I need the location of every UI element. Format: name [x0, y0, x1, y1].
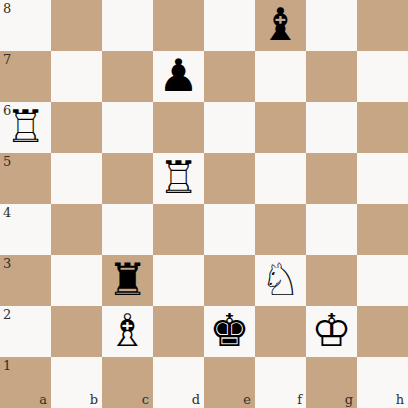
rank-label-4: 4 [3, 206, 11, 219]
piece-black-king: ♚ [209, 305, 249, 356]
rank-label-1: 1 [3, 359, 11, 372]
square-h2[interactable] [357, 306, 408, 357]
square-b3[interactable] [51, 255, 102, 306]
square-f8[interactable]: ♝ [255, 0, 306, 51]
file-label-h: h [396, 393, 404, 406]
square-h8[interactable] [357, 0, 408, 51]
square-a7[interactable]: 7 [0, 51, 51, 102]
square-e6[interactable] [204, 102, 255, 153]
square-d1[interactable]: d [153, 357, 204, 408]
square-c2[interactable]: ♗ [102, 306, 153, 357]
square-e1[interactable]: e [204, 357, 255, 408]
square-a1[interactable]: 1a [0, 357, 51, 408]
square-h4[interactable] [357, 204, 408, 255]
square-e8[interactable] [204, 0, 255, 51]
file-label-f: f [297, 393, 302, 406]
file-label-e: e [243, 393, 251, 406]
piece-white-rook: ♖ [5, 101, 45, 152]
square-b1[interactable]: b [51, 357, 102, 408]
square-a5[interactable]: 5 [0, 153, 51, 204]
square-b8[interactable] [51, 0, 102, 51]
square-d8[interactable] [153, 0, 204, 51]
piece-black-rook: ♜ [107, 254, 147, 305]
square-g5[interactable] [306, 153, 357, 204]
square-f6[interactable] [255, 102, 306, 153]
square-h3[interactable] [357, 255, 408, 306]
square-f3[interactable]: ♘ [255, 255, 306, 306]
square-d6[interactable] [153, 102, 204, 153]
square-c3[interactable]: ♜ [102, 255, 153, 306]
square-b6[interactable] [51, 102, 102, 153]
piece-black-bishop: ♝ [260, 0, 300, 50]
square-a6[interactable]: 6♖ [0, 102, 51, 153]
square-f1[interactable]: f [255, 357, 306, 408]
square-f7[interactable] [255, 51, 306, 102]
square-a8[interactable]: 8 [0, 0, 51, 51]
square-h1[interactable]: h [357, 357, 408, 408]
rank-label-8: 8 [3, 2, 11, 15]
square-f5[interactable] [255, 153, 306, 204]
piece-white-bishop: ♗ [107, 305, 147, 356]
square-d5[interactable]: ♖ [153, 153, 204, 204]
square-b5[interactable] [51, 153, 102, 204]
square-g7[interactable] [306, 51, 357, 102]
piece-white-rook: ♖ [158, 152, 198, 203]
piece-white-knight: ♘ [260, 254, 300, 305]
square-g4[interactable] [306, 204, 357, 255]
file-label-c: c [142, 393, 149, 406]
file-label-b: b [90, 393, 98, 406]
rank-label-7: 7 [3, 53, 11, 66]
square-d2[interactable] [153, 306, 204, 357]
square-h5[interactable] [357, 153, 408, 204]
square-h6[interactable] [357, 102, 408, 153]
square-b7[interactable] [51, 51, 102, 102]
square-c6[interactable] [102, 102, 153, 153]
square-d3[interactable] [153, 255, 204, 306]
square-c5[interactable] [102, 153, 153, 204]
square-e5[interactable] [204, 153, 255, 204]
square-c1[interactable]: c [102, 357, 153, 408]
rank-label-2: 2 [3, 308, 11, 321]
square-d7[interactable]: ♟ [153, 51, 204, 102]
rank-label-5: 5 [3, 155, 11, 168]
square-g3[interactable] [306, 255, 357, 306]
square-e2[interactable]: ♚ [204, 306, 255, 357]
square-a2[interactable]: 2 [0, 306, 51, 357]
chess-board: 8♝7♟6♖5♖43♜♘2♗♚♔1abcdefgh [0, 0, 408, 408]
square-c4[interactable] [102, 204, 153, 255]
square-f2[interactable] [255, 306, 306, 357]
square-b2[interactable] [51, 306, 102, 357]
square-d4[interactable] [153, 204, 204, 255]
square-b4[interactable] [51, 204, 102, 255]
square-e3[interactable] [204, 255, 255, 306]
rank-label-3: 3 [3, 257, 11, 270]
square-g8[interactable] [306, 0, 357, 51]
square-a3[interactable]: 3 [0, 255, 51, 306]
square-c7[interactable] [102, 51, 153, 102]
square-a4[interactable]: 4 [0, 204, 51, 255]
square-g6[interactable] [306, 102, 357, 153]
piece-black-pawn: ♟ [158, 50, 198, 101]
square-c8[interactable] [102, 0, 153, 51]
file-label-d: d [192, 393, 200, 406]
square-e7[interactable] [204, 51, 255, 102]
file-label-a: a [39, 393, 47, 406]
square-e4[interactable] [204, 204, 255, 255]
piece-white-king: ♔ [311, 305, 351, 356]
square-g1[interactable]: g [306, 357, 357, 408]
square-f4[interactable] [255, 204, 306, 255]
file-label-g: g [345, 393, 353, 406]
square-h7[interactable] [357, 51, 408, 102]
square-g2[interactable]: ♔ [306, 306, 357, 357]
